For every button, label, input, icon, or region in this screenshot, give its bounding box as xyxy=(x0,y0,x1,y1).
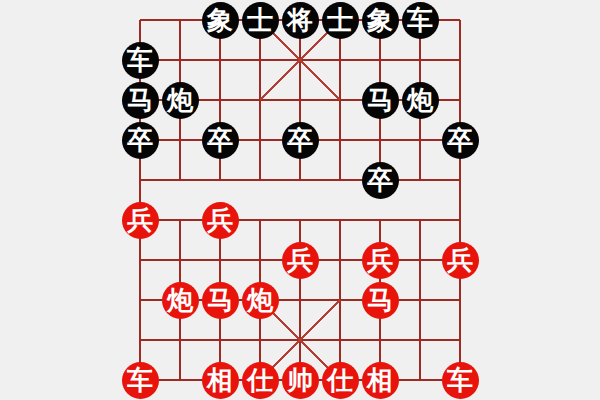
piece-black-advisor[interactable]: 士 xyxy=(322,2,359,39)
point-marker xyxy=(408,288,432,312)
point-marker-corner xyxy=(368,128,376,136)
piece-black-rook[interactable]: 车 xyxy=(402,2,439,39)
point-marker-corner xyxy=(368,144,376,152)
piece-black-pawn[interactable]: 卒 xyxy=(362,162,399,199)
piece-red-advisor[interactable]: 仕 xyxy=(242,362,279,399)
piece-red-knight[interactable]: 马 xyxy=(362,282,399,319)
point-marker xyxy=(208,248,232,272)
piece-red-cannon[interactable]: 炮 xyxy=(162,282,199,319)
point-marker-corner xyxy=(408,288,416,296)
point-marker-corner xyxy=(144,264,152,272)
piece-black-knight[interactable]: 马 xyxy=(122,82,159,119)
point-marker-corner xyxy=(424,288,432,296)
point-marker-corner xyxy=(408,304,416,312)
point-marker-corner xyxy=(208,264,216,272)
piece-red-pawn[interactable]: 兵 xyxy=(282,242,319,279)
piece-black-elephant[interactable]: 象 xyxy=(362,2,399,39)
piece-red-advisor[interactable]: 仕 xyxy=(322,362,359,399)
piece-red-rook[interactable]: 车 xyxy=(122,362,159,399)
piece-red-elephant[interactable]: 相 xyxy=(362,362,399,399)
point-marker-corner xyxy=(144,248,152,256)
piece-black-pawn[interactable]: 卒 xyxy=(122,122,159,159)
point-marker-corner xyxy=(384,144,392,152)
piece-black-rook[interactable]: 车 xyxy=(122,42,159,79)
xiangqi-board[interactable]: 象士将士象车车马炮马炮卒卒卒卒卒兵兵兵兵兵炮马炮马车相仕帅仕相车 xyxy=(120,0,480,400)
point-marker-corner xyxy=(424,304,432,312)
piece-red-elephant[interactable]: 相 xyxy=(202,362,239,399)
piece-red-knight[interactable]: 马 xyxy=(202,282,239,319)
piece-red-king[interactable]: 帅 xyxy=(282,362,319,399)
point-marker-corner xyxy=(384,128,392,136)
piece-black-pawn[interactable]: 卒 xyxy=(202,122,239,159)
piece-red-pawn[interactable]: 兵 xyxy=(202,202,239,239)
point-marker-corner xyxy=(224,264,232,272)
piece-black-pawn[interactable]: 卒 xyxy=(282,122,319,159)
piece-black-advisor[interactable]: 士 xyxy=(242,2,279,39)
piece-red-pawn[interactable]: 兵 xyxy=(442,242,479,279)
piece-black-cannon[interactable]: 炮 xyxy=(162,82,199,119)
piece-black-elephant[interactable]: 象 xyxy=(202,2,239,39)
point-marker-corner xyxy=(224,248,232,256)
piece-black-king[interactable]: 将 xyxy=(282,2,319,39)
piece-black-cannon[interactable]: 炮 xyxy=(402,82,439,119)
piece-black-pawn[interactable]: 卒 xyxy=(442,122,479,159)
piece-red-pawn[interactable]: 兵 xyxy=(122,202,159,239)
screen-background: 象士将士象车车马炮马炮卒卒卒卒卒兵兵兵兵兵炮马炮马车相仕帅仕相车 xyxy=(0,0,600,400)
piece-red-pawn[interactable]: 兵 xyxy=(362,242,399,279)
piece-red-cannon[interactable]: 炮 xyxy=(242,282,279,319)
point-marker-corner xyxy=(208,248,216,256)
piece-red-rook[interactable]: 车 xyxy=(442,362,479,399)
point-marker xyxy=(368,128,392,152)
point-marker xyxy=(128,248,152,272)
piece-black-knight[interactable]: 马 xyxy=(362,82,399,119)
